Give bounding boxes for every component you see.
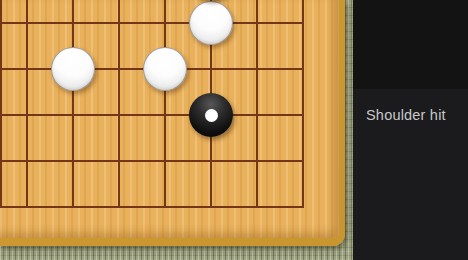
grid-line-vertical (256, 0, 258, 208)
grid-line-left-edge (0, 0, 2, 208)
stone-white (189, 1, 233, 45)
grid-line-horizontal (0, 114, 304, 116)
last-move-marker (205, 109, 218, 122)
grid-line-vertical (26, 0, 28, 208)
board-wood-surface (0, 0, 339, 238)
panel-top-section (353, 0, 468, 89)
panel-main-section: Shoulder hit (353, 89, 468, 123)
grid-line-vertical (164, 0, 166, 208)
grid-line-vertical (302, 0, 304, 208)
stone-white (51, 47, 95, 91)
side-panel: Shoulder hit (353, 0, 468, 260)
stone-black (189, 93, 233, 137)
grid-line-horizontal (0, 206, 304, 208)
puzzle-title: Shoulder hit (353, 89, 468, 123)
grid-line-vertical (118, 0, 120, 208)
go-board[interactable] (0, 0, 345, 246)
grid-line-vertical (72, 0, 74, 208)
app-window: Shoulder hit (0, 0, 468, 260)
grid-line-horizontal (0, 160, 304, 162)
stone-white (143, 47, 187, 91)
grid-line-horizontal (0, 22, 304, 24)
